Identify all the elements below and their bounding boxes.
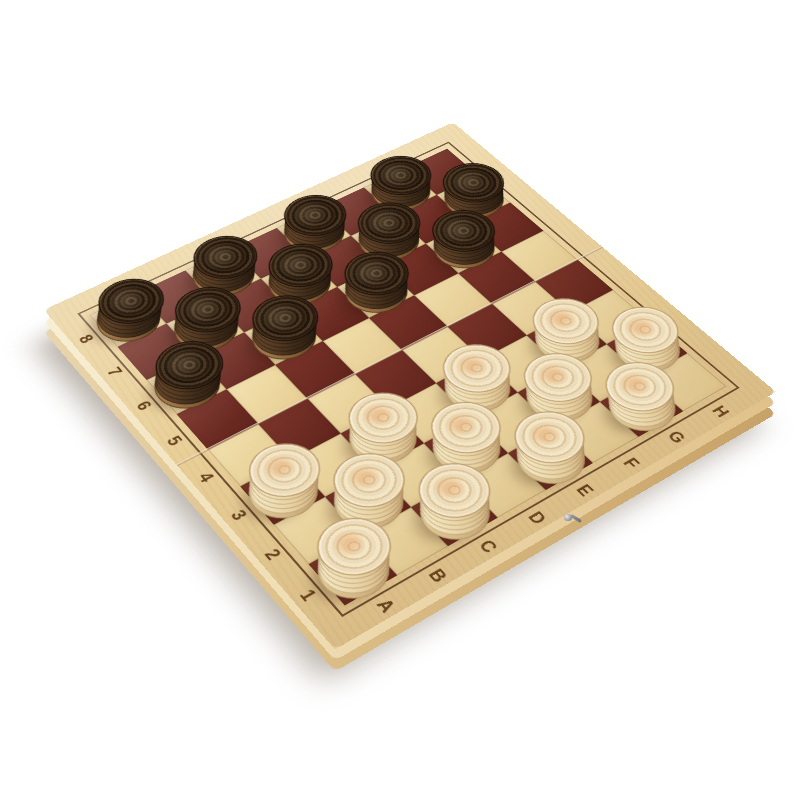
checker-piece-light-A1[interactable] <box>303 531 402 610</box>
pieces-layer <box>44 122 453 310</box>
checkers-board: 87654321ABCDEFGH <box>44 122 776 649</box>
product-photo-scene: 87654321ABCDEFGH <box>0 0 800 800</box>
